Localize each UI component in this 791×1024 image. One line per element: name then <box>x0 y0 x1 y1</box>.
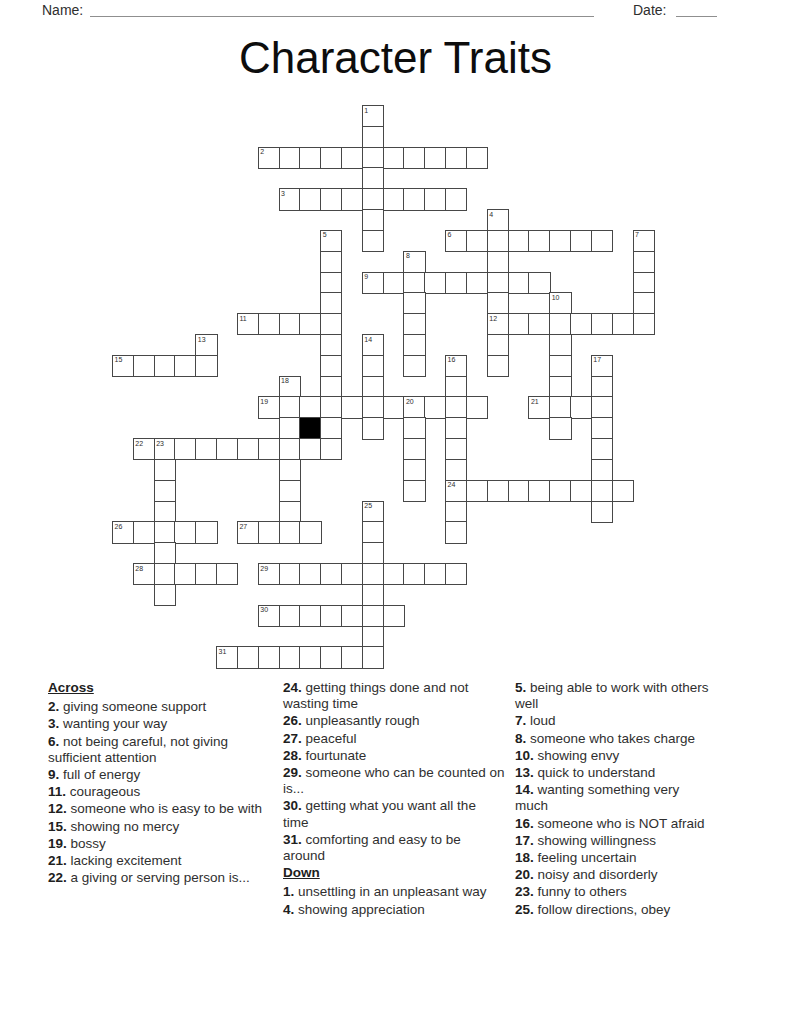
grid-clue-number: 25 <box>364 502 372 509</box>
grid-cell[interactable] <box>320 188 342 210</box>
grid-cell[interactable] <box>258 521 280 543</box>
grid-cell[interactable] <box>279 459 301 481</box>
grid-cell[interactable] <box>508 230 530 252</box>
grid-cell[interactable] <box>195 355 217 377</box>
grid-clue-number: 13 <box>198 336 206 343</box>
grid-cell[interactable] <box>445 459 467 481</box>
grid-cell[interactable] <box>508 480 530 502</box>
grid-cell[interactable] <box>487 251 509 273</box>
clues-column-across: Across2. giving someone support3. wantin… <box>48 680 264 887</box>
across-heading: Across <box>48 680 264 696</box>
grid-clue-number: 17 <box>593 356 601 363</box>
clue-number-label: 27. <box>283 731 302 746</box>
grid-cell[interactable] <box>570 313 592 335</box>
clue-down-23: 23. funny to others <box>515 884 711 900</box>
clue-across-30: 30. getting what you want all the time <box>283 798 505 830</box>
grid-cell[interactable] <box>549 313 571 335</box>
grid-cell[interactable] <box>341 646 363 668</box>
grid-cell[interactable] <box>549 396 571 418</box>
grid-cell[interactable] <box>487 230 509 252</box>
clue-across-19: 19. bossy <box>48 836 264 852</box>
grid-clue-number: 23 <box>156 440 164 447</box>
grid-cell[interactable] <box>570 396 592 418</box>
grid-cell[interactable] <box>299 563 321 585</box>
grid-cell[interactable] <box>633 292 655 314</box>
grid-cell[interactable] <box>403 417 425 439</box>
grid-clue-number: 28 <box>135 565 143 572</box>
grid-cell[interactable] <box>299 147 321 169</box>
grid-cell[interactable] <box>466 147 488 169</box>
grid-cell[interactable] <box>549 417 571 439</box>
grid-cell[interactable] <box>633 313 655 335</box>
clue-number-label: 28. <box>283 748 302 763</box>
grid-cell[interactable] <box>279 147 301 169</box>
clue-down-8: 8. someone who takes charge <box>515 731 711 747</box>
clue-number-label: 16. <box>515 816 534 831</box>
clue-number-label: 2. <box>48 699 59 714</box>
grid-cell[interactable] <box>403 292 425 314</box>
grid-cell[interactable] <box>383 605 405 627</box>
clue-number-label: 8. <box>515 731 526 746</box>
clue-down-5: 5. being able to work with others well <box>515 680 711 712</box>
grid-clue-number: 9 <box>364 273 368 280</box>
grid-cell[interactable] <box>362 355 384 377</box>
grid-cell[interactable] <box>570 230 592 252</box>
grid-clue-number: 1 <box>364 107 368 114</box>
grid-clue-number: 14 <box>364 336 372 343</box>
clue-number-label: 31. <box>283 832 302 847</box>
grid-cell[interactable] <box>466 480 488 502</box>
grid-cell[interactable] <box>591 438 613 460</box>
clue-number-label: 6. <box>48 734 59 749</box>
grid-cell[interactable] <box>466 272 488 294</box>
grid-cell[interactable] <box>403 313 425 335</box>
grid-cell[interactable] <box>508 313 530 335</box>
grid-cell[interactable] <box>466 230 488 252</box>
clue-across-11: 11. courageous <box>48 784 264 800</box>
grid-cell[interactable] <box>279 313 301 335</box>
grid-cell[interactable] <box>133 521 155 543</box>
grid-cell[interactable] <box>174 438 196 460</box>
grid-cell[interactable] <box>528 313 550 335</box>
clue-across-6: 6. not being careful, not giving suffici… <box>48 734 264 766</box>
grid-cell[interactable] <box>195 521 217 543</box>
grid-cell[interactable] <box>403 334 425 356</box>
grid-cell[interactable] <box>403 459 425 481</box>
grid-cell[interactable] <box>320 396 342 418</box>
grid-clue-number: 21 <box>531 398 539 405</box>
clue-across-26: 26. unpleasantly rough <box>283 713 505 729</box>
clue-across-24: 24. getting things done and not wasting … <box>283 680 505 712</box>
grid-cell[interactable] <box>299 521 321 543</box>
grid-cell[interactable] <box>320 355 342 377</box>
clue-down-18: 18. feeling uncertain <box>515 850 711 866</box>
grid-clue-number: 10 <box>552 294 560 301</box>
grid-cell[interactable] <box>362 167 384 189</box>
grid-cell[interactable] <box>279 438 301 460</box>
grid-cell[interactable] <box>424 563 446 585</box>
grid-cell[interactable] <box>279 646 301 668</box>
grid-cell[interactable] <box>341 147 363 169</box>
clue-down-14: 14. wanting something very much <box>515 782 711 814</box>
grid-cell[interactable] <box>154 521 176 543</box>
grid-cell[interactable] <box>320 313 342 335</box>
grid-cell[interactable] <box>154 501 176 523</box>
grid-clue-number: 3 <box>281 190 285 197</box>
grid-cell[interactable] <box>174 355 196 377</box>
grid-cell[interactable] <box>341 396 363 418</box>
grid-cell[interactable] <box>341 188 363 210</box>
clue-down-7: 7. loud <box>515 713 711 729</box>
grid-cell[interactable] <box>591 417 613 439</box>
grid-cell[interactable] <box>237 438 259 460</box>
grid-cell[interactable] <box>133 355 155 377</box>
grid-cell[interactable] <box>279 480 301 502</box>
grid-cell[interactable] <box>362 396 384 418</box>
clue-number-label: 21. <box>48 853 67 868</box>
grid-cell[interactable] <box>320 334 342 356</box>
grid-cell[interactable] <box>403 272 425 294</box>
grid-cell[interactable] <box>279 396 301 418</box>
grid-cell[interactable] <box>362 147 384 169</box>
grid-clue-number: 5 <box>323 231 327 238</box>
grid-cell[interactable] <box>424 396 446 418</box>
grid-cell[interactable] <box>424 272 446 294</box>
grid-cell[interactable] <box>591 313 613 335</box>
grid-clue-number: 8 <box>406 252 410 259</box>
clue-number-label: 23. <box>515 884 534 899</box>
clue-down-13: 13. quick to understand <box>515 765 711 781</box>
grid-cell[interactable] <box>362 417 384 439</box>
grid-cell[interactable] <box>403 188 425 210</box>
grid-cell[interactable] <box>279 501 301 523</box>
clue-number-label: 18. <box>515 850 534 865</box>
grid-cell[interactable] <box>487 272 509 294</box>
grid-clue-number: 4 <box>489 211 493 218</box>
grid-cell[interactable] <box>320 563 342 585</box>
grid-cell[interactable] <box>362 230 384 252</box>
clue-across-15: 15. showing no mercy <box>48 819 264 835</box>
grid-cell[interactable] <box>362 126 384 148</box>
grid-cell[interactable] <box>258 438 280 460</box>
grid-cell[interactable] <box>362 376 384 398</box>
grid-cell[interactable] <box>279 563 301 585</box>
grid-cell[interactable] <box>320 147 342 169</box>
clue-number-label: 15. <box>48 819 67 834</box>
clue-across-12: 12. someone who is easy to be with <box>48 801 264 817</box>
grid-cell[interactable] <box>612 480 634 502</box>
clue-number-label: 5. <box>515 680 526 695</box>
clue-across-28: 28. fourtunate <box>283 748 505 764</box>
grid-cell[interactable] <box>279 521 301 543</box>
clue-down-10: 10. showing envy <box>515 748 711 764</box>
grid-cell[interactable] <box>154 584 176 606</box>
grid-cell[interactable] <box>320 376 342 398</box>
grid-cell[interactable] <box>258 646 280 668</box>
grid-clue-number: 6 <box>448 231 452 238</box>
grid-cell[interactable] <box>383 563 405 585</box>
grid-cell[interactable] <box>570 480 592 502</box>
grid-clue-number: 11 <box>239 315 246 322</box>
grid-cell[interactable] <box>299 438 321 460</box>
grid-clue-number: 30 <box>260 606 268 613</box>
grid-cell[interactable] <box>299 646 321 668</box>
worksheet-page: Name: Date: Character Traits 12345678910… <box>0 0 791 1024</box>
grid-cell[interactable] <box>195 563 217 585</box>
grid-cell[interactable] <box>320 646 342 668</box>
grid-cell[interactable] <box>591 480 613 502</box>
clue-across-21: 21. lacking excitement <box>48 853 264 869</box>
grid-cell[interactable] <box>591 459 613 481</box>
clue-across-9: 9. full of energy <box>48 767 264 783</box>
grid-cell[interactable] <box>591 396 613 418</box>
date-label: Date: <box>633 2 666 18</box>
grid-cell[interactable] <box>341 563 363 585</box>
grid-clue-number: 7 <box>635 231 639 238</box>
date-blank-line <box>676 16 717 17</box>
grid-clue-number: 31 <box>219 648 227 655</box>
grid-cell[interactable] <box>549 376 571 398</box>
grid-clue-number: 29 <box>260 565 268 572</box>
grid-cell[interactable] <box>216 563 238 585</box>
grid-cell[interactable] <box>383 396 405 418</box>
name-label: Name: <box>42 2 83 18</box>
clue-across-27: 27. peaceful <box>283 731 505 747</box>
name-blank-line <box>90 16 594 17</box>
grid-cell[interactable] <box>424 147 446 169</box>
grid-cell[interactable] <box>508 272 530 294</box>
grid-cell[interactable] <box>633 272 655 294</box>
clue-number-label: 10. <box>515 748 534 763</box>
grid-cell[interactable] <box>612 313 634 335</box>
grid-cell[interactable] <box>320 272 342 294</box>
grid-cell[interactable] <box>445 501 467 523</box>
clue-down-17: 17. showing willingness <box>515 833 711 849</box>
clue-number-label: 1. <box>283 884 294 899</box>
grid-cell[interactable] <box>154 459 176 481</box>
grid-clue-number: 27 <box>239 523 247 530</box>
clue-number-label: 24. <box>283 680 302 695</box>
grid-cell[interactable] <box>341 605 363 627</box>
clue-across-29: 29. someone who can be counted on is... <box>283 765 505 797</box>
grid-cell[interactable] <box>487 334 509 356</box>
grid-clue-number: 2 <box>260 148 264 155</box>
grid-cell[interactable] <box>445 521 467 543</box>
grid-cell[interactable] <box>362 521 384 543</box>
crossword-grid: 1234567891011121314151617181920212223242… <box>112 105 676 690</box>
clue-across-22: 22. a giving or serving person is... <box>48 870 264 886</box>
grid-cell[interactable] <box>591 501 613 523</box>
clue-across-3: 3. wanting your way <box>48 716 264 732</box>
grid-cell[interactable] <box>362 188 384 210</box>
clue-down-16: 16. someone who is NOT afraid <box>515 816 711 832</box>
clue-down-4: 4. showing appreciation <box>283 902 505 918</box>
grid-cell[interactable] <box>445 376 467 398</box>
grid-cell[interactable] <box>299 188 321 210</box>
grid-cell[interactable] <box>279 605 301 627</box>
clue-number-label: 13. <box>515 765 534 780</box>
clue-number-label: 22. <box>48 870 67 885</box>
grid-cell[interactable] <box>487 480 509 502</box>
grid-cell[interactable] <box>362 563 384 585</box>
grid-cell[interactable] <box>424 188 446 210</box>
grid-cell[interactable] <box>362 584 384 606</box>
clue-number-label: 17. <box>515 833 534 848</box>
grid-cell[interactable] <box>528 230 550 252</box>
page-title: Character Traits <box>0 33 791 83</box>
grid-cell[interactable] <box>549 230 571 252</box>
down-heading: Down <box>283 865 505 881</box>
grid-cell[interactable] <box>154 480 176 502</box>
grid-cell[interactable] <box>487 292 509 314</box>
grid-cell[interactable] <box>154 542 176 564</box>
clue-number-label: 30. <box>283 798 302 813</box>
grid-cell[interactable] <box>445 438 467 460</box>
grid-cell[interactable] <box>320 438 342 460</box>
grid-cell[interactable] <box>279 417 301 439</box>
grid-cell[interactable] <box>299 605 321 627</box>
grid-clue-number: 26 <box>115 523 123 530</box>
clue-number-label: 26. <box>283 713 302 728</box>
grid-cell[interactable] <box>154 355 176 377</box>
grid-cell[interactable] <box>320 605 342 627</box>
grid-cell[interactable] <box>549 480 571 502</box>
grid-cell[interactable] <box>403 480 425 502</box>
grid-cell[interactable] <box>216 438 238 460</box>
grid-cell[interactable] <box>487 355 509 377</box>
clue-number-label: 19. <box>48 836 67 851</box>
grid-cell[interactable] <box>362 626 384 648</box>
grid-cell[interactable] <box>237 646 259 668</box>
clue-number-label: 3. <box>48 716 59 731</box>
clue-number-label: 4. <box>283 902 294 917</box>
clue-number-label: 9. <box>48 767 59 782</box>
grid-clue-number: 15 <box>115 356 123 363</box>
grid-cell[interactable] <box>258 313 280 335</box>
grid-cell[interactable] <box>174 563 196 585</box>
grid-cell[interactable] <box>195 438 217 460</box>
grid-cell[interactable] <box>362 605 384 627</box>
clue-across-2: 2. giving someone support <box>48 699 264 715</box>
grid-cell[interactable] <box>299 396 321 418</box>
grid-cell-black <box>299 417 321 439</box>
grid-cell[interactable] <box>383 147 405 169</box>
grid-clue-number: 19 <box>260 398 268 405</box>
clue-number-label: 7. <box>515 713 526 728</box>
grid-cell[interactable] <box>466 396 488 418</box>
grid-cell[interactable] <box>445 272 467 294</box>
clues-column-down: 5. being able to work with others well7.… <box>515 680 711 919</box>
grid-cell[interactable] <box>362 209 384 231</box>
grid-cell[interactable] <box>383 272 405 294</box>
grid-cell[interactable] <box>445 147 467 169</box>
grid-cell[interactable] <box>320 251 342 273</box>
clue-across-31: 31. comforting and easy to be around <box>283 832 505 864</box>
grid-cell[interactable] <box>445 188 467 210</box>
grid-cell[interactable] <box>383 188 405 210</box>
grid-cell[interactable] <box>549 334 571 356</box>
grid-cell[interactable] <box>403 147 425 169</box>
grid-cell[interactable] <box>591 376 613 398</box>
grid-cell[interactable] <box>549 355 571 377</box>
grid-clue-number: 16 <box>448 356 456 363</box>
grid-cell[interactable] <box>528 272 550 294</box>
clues-column-middle: 24. getting things done and not wasting … <box>283 680 505 919</box>
clue-number-label: 11. <box>48 784 66 799</box>
grid-clue-number: 20 <box>406 398 414 405</box>
grid-cell[interactable] <box>403 438 425 460</box>
grid-clue-number: 22 <box>135 440 143 447</box>
clue-number-label: 20. <box>515 867 534 882</box>
grid-clue-number: 24 <box>448 481 456 488</box>
grid-clue-number: 18 <box>281 377 289 384</box>
grid-cell[interactable] <box>528 480 550 502</box>
clue-number-label: 14. <box>515 782 534 797</box>
grid-cell[interactable] <box>445 417 467 439</box>
clue-number-label: 25. <box>515 902 534 917</box>
grid-cell[interactable] <box>154 563 176 585</box>
clue-down-25: 25. follow directions, obey <box>515 902 711 918</box>
grid-cell[interactable] <box>591 230 613 252</box>
grid-cell[interactable] <box>362 646 384 668</box>
clue-down-1: 1. unsettling in an unpleasant way <box>283 884 505 900</box>
grid-cell[interactable] <box>320 417 342 439</box>
clue-number-label: 29. <box>283 765 302 780</box>
grid-cell[interactable] <box>320 292 342 314</box>
grid-cell[interactable] <box>445 563 467 585</box>
clue-number-label: 12. <box>48 801 67 816</box>
grid-cell[interactable] <box>362 542 384 564</box>
grid-clue-number: 12 <box>489 315 497 322</box>
grid-cell[interactable] <box>445 396 467 418</box>
grid-cell[interactable] <box>174 521 196 543</box>
grid-cell[interactable] <box>633 251 655 273</box>
clue-down-20: 20. noisy and disorderly <box>515 867 711 883</box>
grid-cell[interactable] <box>299 313 321 335</box>
grid-cell[interactable] <box>403 563 425 585</box>
grid-cell[interactable] <box>403 355 425 377</box>
